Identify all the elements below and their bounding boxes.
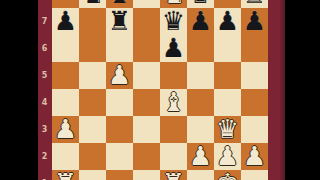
square-b2[interactable]: [79, 143, 106, 170]
square-h2[interactable]: ♟: [241, 143, 268, 170]
square-e2[interactable]: [160, 143, 187, 170]
square-c1[interactable]: [106, 170, 133, 180]
square-g7[interactable]: ♟: [214, 8, 241, 35]
square-a3[interactable]: ♟: [52, 116, 79, 143]
square-e5[interactable]: [160, 62, 187, 89]
square-e1[interactable]: ♜: [160, 170, 187, 180]
square-d4[interactable]: [133, 89, 160, 116]
square-h7[interactable]: ♟: [241, 8, 268, 35]
rank-label-2: 2: [38, 151, 51, 162]
rank-label-6: 6: [38, 43, 51, 54]
piece-white-pawn-g2[interactable]: ♟: [216, 143, 239, 170]
square-a1[interactable]: ♜: [52, 170, 79, 180]
square-b7[interactable]: [79, 8, 106, 35]
square-g1[interactable]: ♚: [214, 170, 241, 180]
piece-black-pawn-e6[interactable]: ♟: [162, 35, 185, 62]
square-d1[interactable]: [133, 170, 160, 180]
square-b3[interactable]: [79, 116, 106, 143]
square-f1[interactable]: [187, 170, 214, 180]
piece-white-rook-a1[interactable]: ♜: [54, 170, 77, 180]
square-d2[interactable]: [133, 143, 160, 170]
square-h6[interactable]: [241, 35, 268, 62]
square-d5[interactable]: [133, 62, 160, 89]
piece-white-pawn-f2[interactable]: ♟: [189, 143, 212, 170]
square-h5[interactable]: [241, 62, 268, 89]
square-c2[interactable]: [106, 143, 133, 170]
piece-black-pawn-f7[interactable]: ♟: [189, 8, 212, 35]
square-d3[interactable]: [133, 116, 160, 143]
square-e3[interactable]: [160, 116, 187, 143]
square-a5[interactable]: [52, 62, 79, 89]
square-c4[interactable]: [106, 89, 133, 116]
square-b4[interactable]: [79, 89, 106, 116]
square-h3[interactable]: [241, 116, 268, 143]
square-b6[interactable]: [79, 35, 106, 62]
square-e7[interactable]: ♛: [160, 8, 187, 35]
rank-label-1: 1: [38, 178, 51, 180]
square-a6[interactable]: [52, 35, 79, 62]
piece-white-bishop-e4[interactable]: ♝: [162, 89, 185, 116]
square-c3[interactable]: [106, 116, 133, 143]
square-e6[interactable]: ♟: [160, 35, 187, 62]
square-g5[interactable]: [214, 62, 241, 89]
square-d8[interactable]: [133, 0, 160, 8]
piece-white-queen-g3[interactable]: ♛: [216, 116, 239, 143]
chess-thumbnail: ♞♝♞♚♜♟♜♛♟♟♟♟♟♝♟♛♟♟♟♜♜♚ 87654321: [0, 0, 320, 180]
square-f2[interactable]: ♟: [187, 143, 214, 170]
square-g4[interactable]: [214, 89, 241, 116]
square-d6[interactable]: [133, 35, 160, 62]
square-e4[interactable]: ♝: [160, 89, 187, 116]
piece-black-rook-c7[interactable]: ♜: [108, 8, 131, 35]
piece-white-pawn-a3[interactable]: ♟: [54, 116, 77, 143]
rank-label-4: 4: [38, 97, 51, 108]
piece-white-pawn-c5[interactable]: ♟: [108, 62, 131, 89]
piece-black-pawn-a7[interactable]: ♟: [54, 8, 77, 35]
square-c6[interactable]: [106, 35, 133, 62]
square-b1[interactable]: [79, 170, 106, 180]
square-a7[interactable]: ♟: [52, 8, 79, 35]
square-f5[interactable]: [187, 62, 214, 89]
square-b5[interactable]: [79, 62, 106, 89]
square-f6[interactable]: [187, 35, 214, 62]
board-frame: ♞♝♞♚♜♟♜♛♟♟♟♟♟♝♟♛♟♟♟♜♜♚ 87654321: [38, 0, 285, 180]
rank-label-7: 7: [38, 16, 51, 27]
square-g2[interactable]: ♟: [214, 143, 241, 170]
square-a2[interactable]: [52, 143, 79, 170]
square-c5[interactable]: ♟: [106, 62, 133, 89]
square-c7[interactable]: ♜: [106, 8, 133, 35]
piece-white-rook-e1[interactable]: ♜: [162, 170, 185, 180]
square-g3[interactable]: ♛: [214, 116, 241, 143]
square-f3[interactable]: [187, 116, 214, 143]
piece-white-pawn-h2[interactable]: ♟: [243, 143, 266, 170]
piece-black-pawn-h7[interactable]: ♟: [243, 8, 266, 35]
chess-board: ♞♝♞♚♜♟♜♛♟♟♟♟♟♝♟♛♟♟♟♜♜♚: [52, 0, 268, 180]
frame-edge-shadow: [279, 0, 285, 180]
rank-label-5: 5: [38, 70, 51, 81]
piece-white-king-g1[interactable]: ♚: [216, 170, 239, 180]
square-b8[interactable]: ♞: [79, 0, 106, 8]
piece-black-pawn-g7[interactable]: ♟: [216, 8, 239, 35]
square-f4[interactable]: [187, 89, 214, 116]
square-h1[interactable]: [241, 170, 268, 180]
rank-label-3: 3: [38, 124, 51, 135]
square-f7[interactable]: ♟: [187, 8, 214, 35]
square-a4[interactable]: [52, 89, 79, 116]
square-g6[interactable]: [214, 35, 241, 62]
piece-black-knight-b8[interactable]: ♞: [81, 0, 104, 8]
square-d7[interactable]: [133, 8, 160, 35]
piece-black-queen-e7[interactable]: ♛: [162, 8, 185, 35]
square-h4[interactable]: [241, 89, 268, 116]
